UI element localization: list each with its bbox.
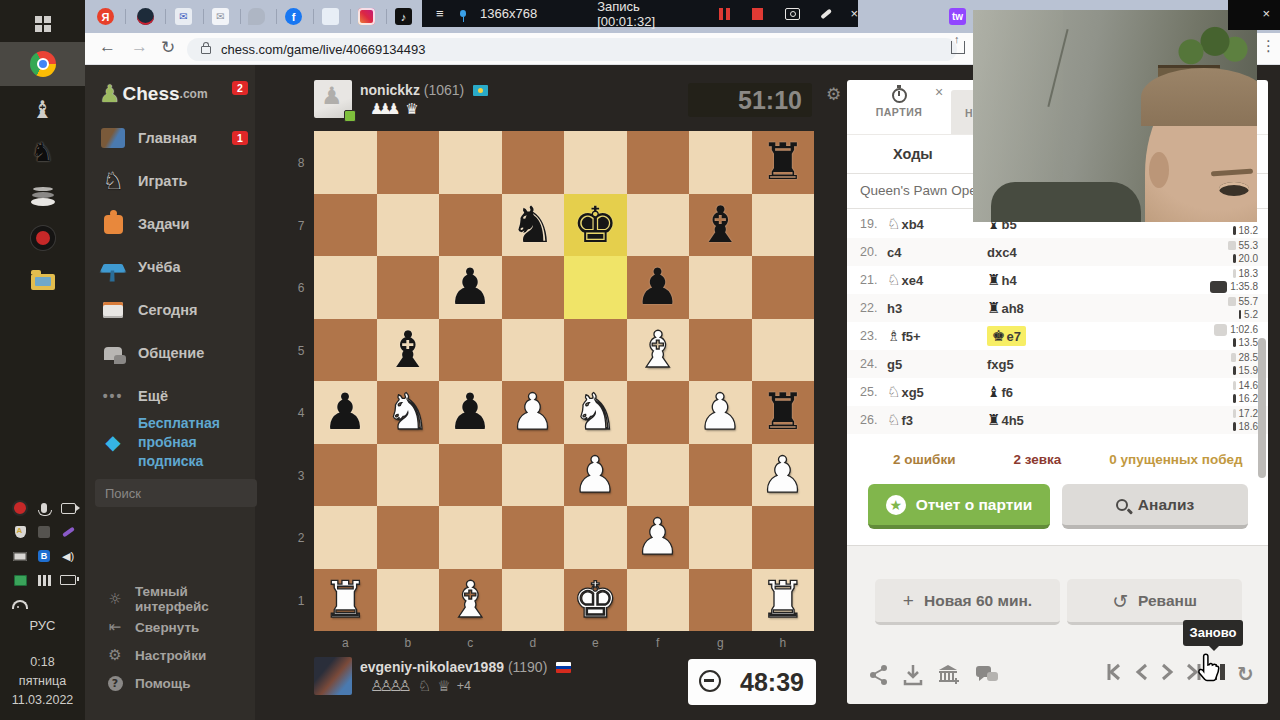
board-square-d6[interactable] <box>502 256 565 319</box>
bluetooth-tray-icon[interactable]: B <box>32 544 56 568</box>
tab-separator <box>313 9 314 24</box>
microphone-tray-icon[interactable] <box>32 496 56 520</box>
camera-tray-icon[interactable] <box>56 496 80 520</box>
lock-icon <box>201 46 211 54</box>
board-square-b8[interactable] <box>377 131 440 194</box>
battery-tray-icon[interactable] <box>56 568 80 592</box>
overlay-close-icon[interactable]: × <box>1262 6 1270 21</box>
board-square-c7[interactable] <box>439 194 502 257</box>
board-square-g6[interactable] <box>689 256 752 319</box>
captured-n-group: ♘ <box>418 677 427 695</box>
white-move[interactable]: ♘xb4 <box>887 215 987 233</box>
tab-separator <box>276 9 277 24</box>
move-number: 20. <box>860 245 887 259</box>
top-player-clock: 51:10 <box>688 83 812 117</box>
aliexpress-tab-icon[interactable] <box>137 8 154 25</box>
back-button[interactable]: ← <box>99 37 116 57</box>
new-game-button[interactable]: + Новая 60 мин. <box>875 579 1060 625</box>
logo-text: Chess <box>123 83 180 105</box>
notification-badge: 1 <box>232 131 248 145</box>
url-text[interactable]: chess.com/game/live/40669134493 <box>221 42 426 57</box>
sidebar-item-label: Сегодня <box>138 302 197 318</box>
move-number: 21. <box>860 273 887 287</box>
record-tray-icon[interactable] <box>8 496 32 520</box>
white-move[interactable]: ♘f3 <box>887 411 987 429</box>
board-square-a3[interactable] <box>314 444 377 507</box>
language-indicator[interactable]: РУС <box>0 618 85 633</box>
tab-separator <box>165 9 166 24</box>
recorder-pin-icon[interactable] <box>460 10 466 17</box>
board-square-g8[interactable] <box>689 131 752 194</box>
sidebar-item-puzzles[interactable]: Задачи <box>85 203 255 245</box>
yandex-tab-icon[interactable]: Я <box>97 8 114 25</box>
board-square-f4[interactable] <box>627 381 690 444</box>
board-square-b5[interactable]: ♝ <box>377 319 440 382</box>
white-piece-R-a1[interactable]: ♜ <box>323 569 368 631</box>
bottom-player-clock: 48:39 <box>688 659 816 705</box>
file-label-h: h <box>752 636 815 650</box>
top-player-avatar[interactable] <box>314 80 352 118</box>
sidebar-item-learn[interactable]: Учёба <box>85 246 255 288</box>
file-label-f: f <box>627 636 690 650</box>
board-square-h4[interactable]: ♜ <box>752 381 815 444</box>
move-times: 18.31:35.8 <box>1184 267 1258 293</box>
board-square-d3[interactable] <box>502 444 565 507</box>
board-square-e2[interactable] <box>564 506 627 569</box>
board-square-f2[interactable]: ♟ <box>627 506 690 569</box>
piece-icon: ♜ <box>987 411 1000 429</box>
more-icon: ••• <box>100 383 126 409</box>
sidebar-footer-settings[interactable]: ⚙Настройки <box>85 641 255 669</box>
board-square-d1[interactable] <box>502 569 565 632</box>
black-move[interactable]: ♜4h5 <box>987 411 1105 429</box>
learn-icon <box>100 254 126 280</box>
folder-taskbar-icon[interactable] <box>0 260 85 304</box>
plus-icon: + <box>903 590 914 612</box>
board-square-f6[interactable]: ♟ <box>627 256 690 319</box>
board-square-f3[interactable] <box>627 444 690 507</box>
black-piece-P-c6[interactable]: ♟ <box>448 256 493 318</box>
sidebar-item-label: Общение <box>138 345 204 361</box>
rank-label-2: 2 <box>293 531 309 545</box>
move-list: 19.♘xb4♝b518.220.c4dxc455.320.021.♘xe4♜h… <box>847 209 1268 434</box>
board-square-f1[interactable] <box>627 569 690 632</box>
white-move[interactable]: ♘xg5 <box>887 383 987 401</box>
piece-icon: ♚ <box>992 327 1005 345</box>
black-piece-P-f6[interactable]: ♟ <box>635 256 680 318</box>
top-player-rating: (1061) <box>424 82 464 98</box>
recorder-screenshot-icon[interactable] <box>785 8 800 20</box>
board-square-c4[interactable]: ♟ <box>439 381 502 444</box>
board-square-d4[interactable]: ♟ <box>502 381 565 444</box>
share-game-icon[interactable] <box>869 664 889 690</box>
board-square-c5[interactable] <box>439 319 502 382</box>
board-square-e5[interactable] <box>564 319 627 382</box>
board-square-g1[interactable] <box>689 569 752 632</box>
clock-minus-icon <box>699 670 721 692</box>
diamond-icon: ◆ <box>100 429 126 455</box>
board-square-g3[interactable] <box>689 444 752 507</box>
white-piece-B-f5[interactable]: ♝ <box>635 319 680 381</box>
sidebar-item-label: Учёба <box>138 259 181 275</box>
rank-label-6: 6 <box>293 281 309 295</box>
recorder-menu-icon[interactable]: ≡ <box>436 6 444 21</box>
move-row-23: 23.♗f5+♚e71:02.613.5 <box>847 322 1268 350</box>
board-square-e4[interactable]: ♞ <box>564 381 627 444</box>
white-piece-R-h1[interactable]: ♜ <box>760 569 805 631</box>
browser-menu-icon[interactable]: ⋮ <box>1261 37 1276 55</box>
antivirus-shield-tray-icon[interactable] <box>8 520 32 544</box>
logo-domain: .com <box>180 87 208 101</box>
taskbar-time: 0:18 <box>0 653 85 672</box>
move-number: 24. <box>860 357 887 371</box>
rank-label-1: 1 <box>293 594 309 608</box>
mouse-cursor <box>1196 652 1222 682</box>
move-row-22: 22.h3♜ah855.75.2 <box>847 294 1268 322</box>
board-square-e8[interactable] <box>564 131 627 194</box>
chesscom-sidebar: ♟ Chess .com 2 Главная1♘ИгратьЗадачиУчёб… <box>85 65 255 720</box>
search-input[interactable] <box>95 479 257 507</box>
recorder-close-icon[interactable]: × <box>850 6 858 21</box>
taskbar-clock[interactable]: 0:18 пятница 11.03.2022 <box>0 653 85 710</box>
board-square-d2[interactable] <box>502 506 565 569</box>
analysis-button[interactable]: Анализ <box>1062 484 1248 529</box>
messages-tab-icon[interactable] <box>248 8 265 25</box>
board-square-e1[interactable]: ♚ <box>564 569 627 632</box>
piece-icon: ♘ <box>887 215 900 233</box>
sidebar-item-today[interactable]: Сегодня <box>85 289 255 331</box>
black-piece-P-a4[interactable]: ♟ <box>323 381 368 443</box>
captured-p-group: ♙♙♙♙ <box>370 677 408 695</box>
white-piece-N-b4[interactable]: ♞ <box>385 381 430 443</box>
sidebar-footer-label: Темный интерфейс <box>135 584 255 614</box>
board-square-g5[interactable] <box>689 319 752 382</box>
mailru-tab-icon[interactable]: ✉ <box>175 8 192 25</box>
black-piece-B-g7[interactable]: ♝ <box>698 194 743 256</box>
logo-pawn-icon: ♟ <box>99 80 121 108</box>
taskbar-weekday: пятница <box>0 672 85 691</box>
piece-icon: ♜ <box>987 299 1000 317</box>
board-square-e7[interactable]: ♚ <box>564 194 627 257</box>
previous-move-icon[interactable] <box>1135 662 1149 686</box>
move-times: 17.218.6 <box>1184 407 1258 433</box>
top-player-captured-pieces: ♟♟♟♛ <box>360 100 414 118</box>
reload-button[interactable]: ↻ <box>161 37 175 58</box>
white-piece-N-e4[interactable]: ♞ <box>573 381 618 443</box>
bottom-player-captured-pieces: ♙♙♙♙♘♕+4 <box>360 677 471 695</box>
move-number: 26. <box>860 413 887 427</box>
recorder-stop-button[interactable] <box>752 8 763 20</box>
board-settings-gear-icon[interactable]: ⚙ <box>826 84 841 104</box>
board-square-h5[interactable] <box>752 319 815 382</box>
board-square-b1[interactable] <box>377 569 440 632</box>
twitch-tab-icon[interactable]: tw <box>949 8 966 25</box>
home-icon <box>100 125 126 151</box>
move-times: 28.515.9 <box>1184 351 1258 377</box>
puzzles-icon <box>100 211 126 237</box>
sidebar-footer-theme[interactable]: ☼Темный интерфейс <box>85 585 255 613</box>
board-square-b3[interactable] <box>377 444 440 507</box>
russia-flag-icon <box>556 662 571 673</box>
sidebar-item-label: Ещё <box>138 388 168 404</box>
keyboard-tray-icon[interactable] <box>8 544 32 568</box>
rank-label-8: 8 <box>293 156 309 170</box>
board-square-d7[interactable]: ♞ <box>502 194 565 257</box>
sidebar-item-play[interactable]: ♘Играть <box>85 160 255 202</box>
black-piece-B-b5[interactable]: ♝ <box>385 319 430 381</box>
board-square-e3[interactable]: ♟ <box>564 444 627 507</box>
black-piece-R-h4[interactable]: ♜ <box>760 381 805 443</box>
sidebar-footer-help[interactable]: ?Помощь <box>85 669 255 697</box>
white-move[interactable]: g5 <box>887 357 987 372</box>
board-square-b6[interactable] <box>377 256 440 319</box>
twitter-tab-icon[interactable] <box>322 8 339 25</box>
black-move[interactable]: fxg5 <box>987 357 1105 372</box>
board-square-g2[interactable] <box>689 506 752 569</box>
online-dot <box>344 110 356 122</box>
star-icon: ★ <box>886 495 906 515</box>
file-label-a: a <box>314 636 377 650</box>
move-row-24: 24.g5fxg528.515.9 <box>847 350 1268 378</box>
rank-label-3: 3 <box>293 469 309 483</box>
missed-wins-count: 0 упущенных побед <box>1109 452 1242 467</box>
black-piece-P-c4[interactable]: ♟ <box>448 381 493 443</box>
file-label-b: b <box>377 636 440 650</box>
sidebar-item-label: Задачи <box>138 216 189 232</box>
sidebar-footer-label: Помощь <box>135 676 191 691</box>
board-square-g7[interactable]: ♝ <box>689 194 752 257</box>
board-square-a4[interactable]: ♟ <box>314 381 377 444</box>
white-piece-P-f2[interactable]: ♟ <box>635 506 680 568</box>
rematch-icon: ↺ <box>1112 590 1128 612</box>
free-trial-label: Бесплатная пробная подписка <box>138 414 255 471</box>
download-icon[interactable] <box>903 664 923 690</box>
forward-button[interactable]: → <box>131 37 148 57</box>
theme-icon: ☼ <box>105 590 125 608</box>
move-row-25: 25.♘xg5♝f614.616.2 <box>847 378 1268 406</box>
magnifier-icon <box>1116 499 1128 511</box>
move-times: 14.616.2 <box>1184 379 1258 405</box>
piece-icon: ♘ <box>887 271 900 289</box>
board-square-g4[interactable]: ♟ <box>689 381 752 444</box>
board-square-d8[interactable] <box>502 131 565 194</box>
taskbar-date: 11.03.2022 <box>0 691 85 710</box>
volume-tray-icon[interactable]: ◀) <box>56 544 80 568</box>
app-dark-tray-icon[interactable] <box>32 520 56 544</box>
tab-separator <box>350 9 351 24</box>
recorder-pause-button[interactable] <box>719 8 730 20</box>
white-move[interactable]: ♘xe4 <box>887 271 987 289</box>
board-square-a8[interactable] <box>314 131 377 194</box>
next-move-icon[interactable] <box>1160 662 1174 686</box>
tab-separator <box>203 9 204 24</box>
black-move[interactable]: ♜h4 <box>987 271 1105 289</box>
chess-bishop-taskbar-icon[interactable]: ♝ <box>0 88 85 132</box>
white-piece-P-g4[interactable]: ♟ <box>698 381 743 443</box>
board-square-h7[interactable] <box>752 194 815 257</box>
screen-record-taskbar-icon[interactable] <box>0 216 85 260</box>
board-square-h1[interactable]: ♜ <box>752 569 815 632</box>
chess-knight-taskbar-icon[interactable]: ♞ <box>0 130 85 174</box>
board-square-c1[interactable]: ♝ <box>439 569 502 632</box>
tab-separator <box>240 9 241 24</box>
mistakes-count: 2 ошибки <box>893 452 955 467</box>
board-square-a7[interactable] <box>314 194 377 257</box>
windows-start-taskbar-icon[interactable] <box>0 2 85 46</box>
board-square-a1[interactable]: ♜ <box>314 569 377 632</box>
file-label-c: c <box>439 636 502 650</box>
game-report-button[interactable]: ★ Отчет о партии <box>868 484 1050 529</box>
panel-scrollbar[interactable] <box>1258 338 1266 478</box>
move-times: 55.75.2 <box>1184 295 1258 321</box>
recorder-resolution: 1366x768 <box>480 6 537 21</box>
white-piece-P-h3[interactable]: ♟ <box>760 444 805 506</box>
kazakhstan-flag-icon <box>473 85 488 96</box>
tournament-icon[interactable] <box>937 664 961 690</box>
stopwatch-icon <box>892 88 907 103</box>
black-move[interactable]: ♚e7 <box>987 326 1105 346</box>
white-piece-K-e1[interactable]: ♚ <box>573 569 618 631</box>
chat-icon[interactable] <box>975 664 999 690</box>
black-piece-N-d7[interactable]: ♞ <box>510 194 555 256</box>
piece-icon: ♘ <box>887 411 900 429</box>
move-row-21: 21.♘xe4♜h418.31:35.8 <box>847 266 1268 294</box>
board-square-a2[interactable] <box>314 506 377 569</box>
today-icon <box>100 297 126 323</box>
blunders-count: 2 зевка <box>1013 452 1061 467</box>
sidebar-item-more[interactable]: •••Ещё <box>85 375 255 417</box>
tab-close-icon[interactable]: × <box>935 84 943 100</box>
recorder-pencil-icon[interactable] <box>821 8 832 18</box>
sidebar-footer-label: Настройки <box>135 648 206 663</box>
board-square-f5[interactable]: ♝ <box>627 319 690 382</box>
board-square-b4[interactable]: ♞ <box>377 381 440 444</box>
black-move[interactable]: ♜ah8 <box>987 299 1105 317</box>
bottom-player-avatar[interactable] <box>314 657 352 695</box>
black-piece-K-e7[interactable]: ♚ <box>573 194 618 256</box>
first-move-icon[interactable] <box>1105 662 1123 686</box>
white-move[interactable]: h3 <box>887 301 987 316</box>
sidebar-item-social[interactable]: Общение <box>85 332 255 374</box>
board-square-b2[interactable] <box>377 506 440 569</box>
social-icon <box>100 340 126 366</box>
sidebar-item-home[interactable]: Главная1 <box>85 117 255 159</box>
captured-q-group: ♕ <box>437 677 446 695</box>
board-square-a6[interactable] <box>314 256 377 319</box>
move-number: 23. <box>860 329 887 343</box>
piece-icon: ♘ <box>887 383 900 401</box>
alerts-badge[interactable]: 2 <box>232 81 248 95</box>
sidebar-footer-collapse[interactable]: ⇤Свернуть <box>85 613 255 641</box>
chrome-taskbar-icon[interactable] <box>0 42 85 86</box>
black-piece-R-h8[interactable]: ♜ <box>760 131 805 193</box>
board-square-f8[interactable] <box>627 131 690 194</box>
board-square-a5[interactable] <box>314 319 377 382</box>
top-player-name[interactable]: nonickkz (1061) <box>360 82 488 98</box>
move-row-26: 26.♘f3♜4h517.218.6 <box>847 406 1268 434</box>
board-square-h2[interactable] <box>752 506 815 569</box>
captured-q-group: ♛ <box>405 100 413 118</box>
board-square-b7[interactable] <box>377 194 440 257</box>
game-summary: 2 ошибки 2 зевка 0 упущенных побед <box>847 442 1268 476</box>
stats-tray-icon[interactable] <box>32 568 56 592</box>
board-square-d5[interactable] <box>502 319 565 382</box>
rematch-button[interactable]: ↺ Реванш <box>1067 579 1242 625</box>
wifi-tray-icon[interactable] <box>8 592 32 616</box>
board-square-h6[interactable] <box>752 256 815 319</box>
move-number: 19. <box>860 217 887 231</box>
system-tray: B◀) <box>8 496 80 616</box>
tab-separator <box>125 9 126 24</box>
white-move[interactable]: ♗f5+ <box>887 327 987 345</box>
move-number: 25. <box>860 385 887 399</box>
settings-icon: ⚙ <box>105 646 125 664</box>
file-label-g: g <box>689 636 752 650</box>
board-square-c6[interactable]: ♟ <box>439 256 502 319</box>
facebook-tab-icon[interactable]: f <box>285 8 302 25</box>
white-piece-P-e3[interactable]: ♟ <box>573 444 618 506</box>
purple-pen-tray-icon[interactable] <box>56 520 80 544</box>
chesscom-logo[interactable]: ♟ Chess .com <box>99 80 208 108</box>
board-square-c3[interactable] <box>439 444 502 507</box>
sidebar-item-free-trial[interactable]: ◆ Бесплатная пробная подписка <box>85 417 255 467</box>
board-square-h8[interactable]: ♜ <box>752 131 815 194</box>
board-square-h3[interactable]: ♟ <box>752 444 815 507</box>
move-number: 22. <box>860 301 887 315</box>
board-square-f7[interactable] <box>627 194 690 257</box>
gmail-tab-icon[interactable]: ✉ <box>212 8 229 25</box>
captured-p-group: ♟♟♟ <box>370 100 395 118</box>
checkers-taskbar-icon[interactable] <box>0 174 85 218</box>
move-times: 55.320.0 <box>1184 239 1258 265</box>
black-move[interactable]: ♝f6 <box>987 383 1105 401</box>
screen-recorder-bar[interactable]: ≡ 1366x768 Запись [00:01:32] × <box>422 0 858 27</box>
white-piece-B-c1[interactable]: ♝ <box>448 569 493 631</box>
material-advantage: +4 <box>457 679 471 693</box>
file-label-e: e <box>564 636 627 650</box>
tab-separator <box>386 9 387 24</box>
board-square-c2[interactable] <box>439 506 502 569</box>
bottom-player-name[interactable]: evgeniy-nikolaev1989 (1190) <box>360 659 571 675</box>
sidebar-item-label: Главная <box>138 130 197 146</box>
bottom-player-rating: (1190) <box>508 659 547 675</box>
piece-icon: ♜ <box>987 271 1000 289</box>
overlay-title-strip: × <box>1228 0 1280 30</box>
board-square-e6[interactable] <box>564 256 627 319</box>
white-move[interactable]: c4 <box>887 245 987 260</box>
move-row-20: 20.c4dxc455.320.0 <box>847 238 1268 266</box>
instagram-tab-icon[interactable] <box>358 8 375 25</box>
webcam-overlay <box>973 10 1257 222</box>
white-piece-P-d4[interactable]: ♟ <box>510 381 555 443</box>
tiktok-tab-icon[interactable]: ♪ <box>395 8 412 25</box>
address-bar[interactable]: chess.com/game/live/40669134493 <box>187 38 957 61</box>
file-labels: abcdefgh <box>314 636 814 652</box>
sidebar-item-label: Играть <box>138 173 187 189</box>
rank-label-5: 5 <box>293 344 309 358</box>
collapse-icon: ⇤ <box>105 618 125 636</box>
rank-label-4: 4 <box>293 406 309 420</box>
board-square-c8[interactable] <box>439 131 502 194</box>
replay-icon[interactable]: ↻ <box>1237 662 1254 686</box>
money-tray-icon[interactable] <box>8 568 32 592</box>
black-move[interactable]: dxc4 <box>987 245 1105 260</box>
piece-icon: ♝ <box>987 383 1000 401</box>
file-label-d: d <box>502 636 565 650</box>
share-icon[interactable] <box>951 41 965 54</box>
recorder-status: Запись [00:01:32] <box>597 0 693 29</box>
piece-icon: ♗ <box>887 327 900 345</box>
